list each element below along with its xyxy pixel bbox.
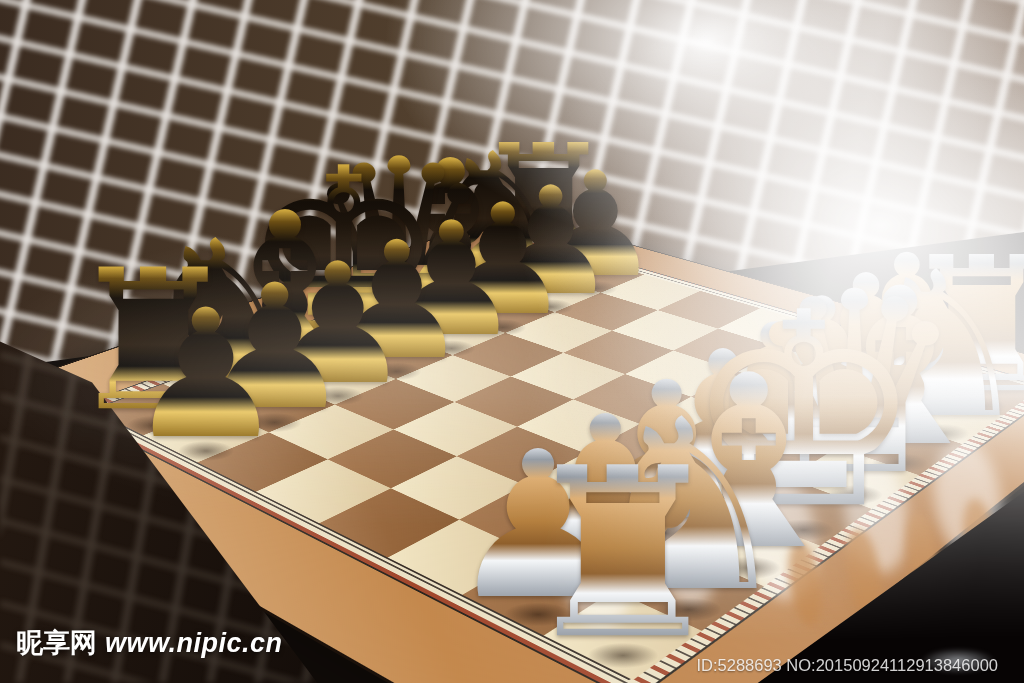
chess-set-photo-scene: ♜♟♞♟♝♟♛♟♚♟♝♟♟♞♜♟♟♜♞♟♟♝♟♛♟♚♟♝♟♞♟♜ 昵享网www.…: [0, 0, 1024, 683]
site-url: www.nipic.cn: [105, 628, 283, 658]
site-name: 昵享网: [16, 628, 97, 658]
watermark-photo-id: ID:5288693 NO:20150924112913846000: [696, 656, 998, 675]
watermark-site: 昵享网www.nipic.cn: [16, 625, 283, 661]
